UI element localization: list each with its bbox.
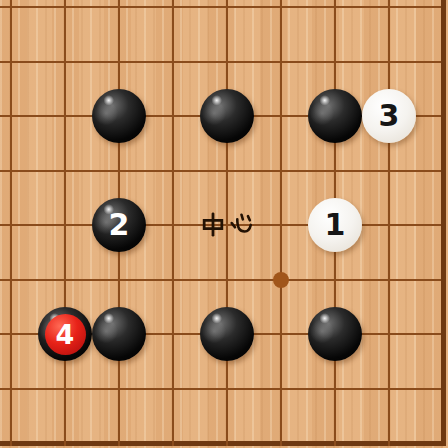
grid-line-vertical	[441, 89, 446, 144]
intersection[interactable]	[92, 144, 146, 199]
grid-line-vertical	[64, 89, 66, 144]
intersection[interactable]	[146, 307, 200, 362]
black-stone: 2	[92, 198, 146, 252]
grid-line-vertical	[64, 0, 66, 35]
grid-line-horizontal	[0, 170, 38, 172]
intersection[interactable]	[92, 253, 146, 308]
intersection[interactable]	[254, 35, 308, 90]
grid-line-vertical	[172, 307, 174, 362]
intersection[interactable]	[146, 416, 200, 448]
intersection[interactable]	[0, 307, 38, 362]
grid-line-vertical	[10, 362, 12, 417]
grid-line-vertical	[441, 198, 446, 253]
intersection[interactable]	[38, 89, 92, 144]
intersection[interactable]	[416, 144, 448, 199]
intersection[interactable]	[362, 144, 416, 199]
grid-line-vertical	[334, 253, 336, 308]
grid-line-vertical	[226, 253, 228, 308]
center-text-annotation	[200, 212, 254, 238]
grid-line-horizontal	[0, 333, 38, 335]
grid-line-vertical	[334, 362, 336, 417]
intersection[interactable]	[416, 35, 448, 90]
intersection[interactable]	[200, 416, 254, 448]
intersection[interactable]	[200, 253, 254, 308]
intersection[interactable]	[200, 89, 254, 144]
intersection[interactable]	[416, 198, 448, 253]
intersection[interactable]	[38, 416, 92, 448]
grid-line-vertical	[64, 198, 66, 253]
black-stone	[308, 89, 362, 143]
intersection[interactable]	[362, 0, 416, 35]
intersection[interactable]	[362, 416, 416, 448]
grid-line-vertical	[388, 416, 390, 446]
grid-line-vertical	[441, 416, 446, 446]
grid-line-vertical	[10, 198, 12, 253]
grid-line-vertical	[334, 144, 336, 199]
char-xin-icon	[228, 212, 254, 238]
intersection[interactable]	[308, 144, 362, 199]
intersection[interactable]	[254, 89, 308, 144]
grid-line-vertical	[441, 253, 446, 308]
black-stone	[92, 89, 146, 143]
move-number-label: 3	[379, 101, 400, 131]
black-stone	[200, 307, 254, 361]
intersection[interactable]	[0, 253, 38, 308]
intersection[interactable]	[0, 416, 38, 448]
intersection[interactable]	[38, 198, 92, 253]
black-stone	[92, 307, 146, 361]
intersection[interactable]	[0, 0, 38, 35]
intersection[interactable]	[200, 35, 254, 90]
grid-line-vertical	[172, 416, 174, 446]
intersection[interactable]	[416, 0, 448, 35]
grid-line-vertical	[388, 35, 390, 90]
grid-line-vertical	[10, 0, 12, 35]
intersection[interactable]	[308, 307, 362, 362]
intersection[interactable]	[308, 35, 362, 90]
grid-line-vertical	[280, 198, 282, 253]
intersection[interactable]	[146, 89, 200, 144]
intersection[interactable]	[146, 253, 200, 308]
black-stone-highlighted: 4	[38, 307, 92, 361]
intersection[interactable]	[308, 416, 362, 448]
grid-line-horizontal	[0, 388, 38, 390]
grid-line-vertical	[226, 0, 228, 35]
grid-line-vertical	[226, 35, 228, 90]
intersection[interactable]	[0, 35, 38, 90]
intersection[interactable]	[362, 198, 416, 253]
black-stone	[200, 89, 254, 143]
grid-line-vertical	[226, 416, 228, 446]
intersection[interactable]	[146, 144, 200, 199]
go-board: 3214	[0, 0, 448, 448]
grid-line-vertical	[280, 416, 282, 446]
star-point	[273, 272, 289, 288]
intersection[interactable]	[308, 0, 362, 35]
intersection[interactable]	[308, 362, 362, 417]
intersection[interactable]	[200, 198, 254, 253]
intersection[interactable]	[254, 307, 308, 362]
intersection[interactable]	[92, 307, 146, 362]
intersection[interactable]	[416, 307, 448, 362]
grid-line-vertical	[10, 416, 12, 446]
grid-line-vertical	[64, 253, 66, 308]
intersection[interactable]	[254, 362, 308, 417]
grid-line-horizontal	[0, 279, 38, 281]
intersection[interactable]	[200, 0, 254, 35]
grid-line-vertical	[64, 362, 66, 417]
grid-line-vertical	[64, 35, 66, 90]
intersection[interactable]	[38, 144, 92, 199]
move-number-label: 1	[325, 210, 346, 240]
grid-line-vertical	[118, 0, 120, 35]
intersection[interactable]	[0, 89, 38, 144]
grid-line-vertical	[10, 89, 12, 144]
grid-line-vertical	[172, 144, 174, 199]
move-number-label: 4	[56, 321, 75, 348]
grid-line-vertical	[334, 0, 336, 35]
grid-line-vertical	[118, 253, 120, 308]
grid-line-vertical	[441, 35, 446, 90]
grid-line-vertical	[441, 144, 446, 199]
intersection[interactable]	[254, 144, 308, 199]
intersection[interactable]	[38, 362, 92, 417]
intersection[interactable]	[92, 35, 146, 90]
intersection[interactable]: 1	[308, 198, 362, 253]
intersection[interactable]	[146, 198, 200, 253]
grid-line-vertical	[118, 362, 120, 417]
intersection[interactable]	[146, 35, 200, 90]
grid-line-vertical	[388, 307, 390, 362]
grid-line-vertical	[280, 0, 282, 35]
char-zhong-icon	[200, 212, 226, 238]
white-stone: 3	[362, 89, 416, 143]
intersection[interactable]	[92, 0, 146, 35]
grid-line-vertical	[172, 89, 174, 144]
grid-line-vertical	[280, 307, 282, 362]
grid-line-vertical	[388, 362, 390, 417]
intersection[interactable]	[362, 362, 416, 417]
grid-line-vertical	[280, 362, 282, 417]
grid-line-horizontal	[0, 61, 38, 63]
grid-line-vertical	[10, 144, 12, 199]
grid-line-vertical	[226, 144, 228, 199]
grid-line-vertical	[172, 253, 174, 308]
intersection[interactable]	[0, 362, 38, 417]
intersection[interactable]	[146, 362, 200, 417]
intersection[interactable]	[308, 89, 362, 144]
grid-line-vertical	[64, 416, 66, 446]
grid-line-vertical	[118, 35, 120, 90]
intersection[interactable]: 4	[38, 307, 92, 362]
intersection[interactable]	[416, 89, 448, 144]
grid-line-vertical	[441, 307, 446, 362]
intersection[interactable]	[362, 253, 416, 308]
intersection[interactable]	[38, 253, 92, 308]
grid-line-vertical	[280, 144, 282, 199]
intersection[interactable]	[254, 253, 308, 308]
intersection[interactable]: 3	[362, 89, 416, 144]
grid-line-vertical	[226, 362, 228, 417]
intersection[interactable]	[416, 416, 448, 448]
intersection[interactable]	[416, 253, 448, 308]
intersection[interactable]	[92, 416, 146, 448]
intersection[interactable]	[92, 362, 146, 417]
intersection[interactable]	[308, 253, 362, 308]
intersection[interactable]	[362, 35, 416, 90]
intersection[interactable]	[38, 35, 92, 90]
grid-line-horizontal	[0, 115, 38, 117]
grid-line-vertical	[334, 416, 336, 446]
grid-line-vertical	[172, 198, 174, 253]
last-move-highlight-badge: 4	[45, 314, 86, 355]
intersection[interactable]	[0, 144, 38, 199]
grid-line-vertical	[172, 0, 174, 35]
intersection[interactable]	[0, 198, 38, 253]
intersection[interactable]	[416, 362, 448, 417]
move-number-label: 2	[109, 210, 130, 240]
grid-line-vertical	[10, 253, 12, 308]
intersection[interactable]	[146, 0, 200, 35]
grid-line-vertical	[388, 144, 390, 199]
grid-line-vertical	[172, 362, 174, 417]
grid-line-vertical	[441, 0, 446, 35]
board-grid: 3214	[0, 0, 448, 448]
intersection[interactable]	[38, 0, 92, 35]
intersection[interactable]	[200, 307, 254, 362]
intersection[interactable]	[200, 362, 254, 417]
intersection[interactable]	[362, 307, 416, 362]
grid-line-vertical	[280, 35, 282, 90]
grid-line-vertical	[388, 253, 390, 308]
grid-line-vertical	[441, 362, 446, 417]
grid-line-vertical	[118, 416, 120, 446]
grid-line-vertical	[10, 307, 12, 362]
black-stone	[308, 307, 362, 361]
grid-line-vertical	[334, 35, 336, 90]
grid-line-vertical	[172, 35, 174, 90]
intersection[interactable]	[92, 89, 146, 144]
grid-line-vertical	[388, 198, 390, 253]
grid-line-vertical	[280, 89, 282, 144]
grid-line-vertical	[10, 35, 12, 90]
grid-line-vertical	[118, 144, 120, 199]
intersection[interactable]	[254, 0, 308, 35]
intersection[interactable]	[254, 198, 308, 253]
grid-line-horizontal	[0, 441, 38, 446]
grid-line-vertical	[388, 0, 390, 35]
intersection[interactable]	[254, 416, 308, 448]
white-stone: 1	[308, 198, 362, 252]
intersection[interactable]: 2	[92, 198, 146, 253]
grid-line-horizontal	[0, 6, 38, 8]
grid-line-horizontal	[0, 224, 38, 226]
grid-line-vertical	[64, 144, 66, 199]
intersection[interactable]	[200, 144, 254, 199]
